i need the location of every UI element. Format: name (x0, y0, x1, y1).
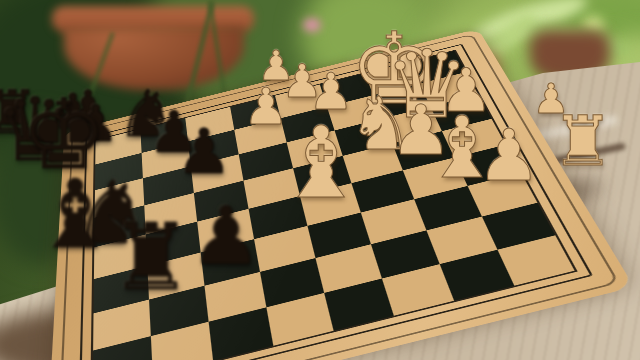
piece-white-rook-h1[interactable]: ♜ (552, 107, 614, 176)
photo-chess-scene: ♜♟♝♟♞♝♚♛♟♟♟♟♟♟♜♟♞♝♚♛♜♞♟♟♟♟♟ (0, 0, 640, 360)
piece-black-rook-h8[interactable]: ♜ (110, 212, 192, 304)
piece-white-pawn-h2[interactable]: ♟ (477, 120, 541, 191)
piece-black-bishop-f8[interactable]: ♝ (33, 167, 118, 261)
pink-flower (303, 18, 321, 32)
piece-black-pawn-h6[interactable]: ♟ (190, 196, 262, 277)
piece-black-pawn-f6[interactable]: ♟ (176, 121, 232, 183)
piece-white-bishop-g5[interactable]: ♝ (277, 114, 366, 213)
